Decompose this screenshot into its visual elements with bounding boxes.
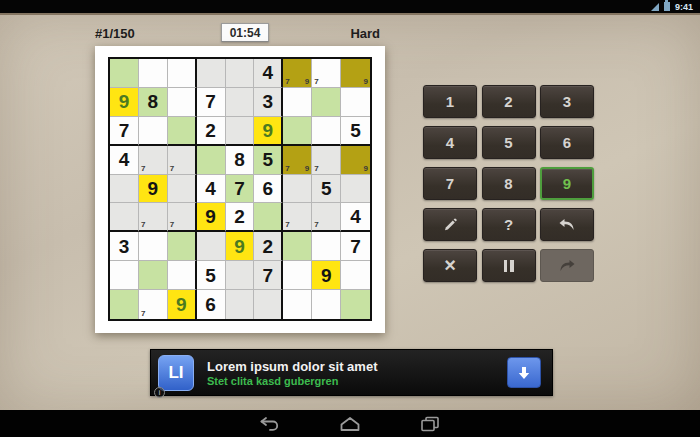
cell-r5c4[interactable]: 2 (226, 203, 255, 232)
cell-r8c1[interactable]: 7 (139, 290, 168, 319)
cell-digit: 4 (263, 63, 274, 82)
pencil-mark-7: 7 (314, 78, 318, 86)
cell-r2c0[interactable]: 7 (110, 117, 139, 146)
cell-digit: 3 (119, 237, 130, 256)
cell-r3c4[interactable]: 8 (226, 146, 255, 175)
recents-button[interactable] (410, 412, 450, 436)
cell-digit: 5 (205, 266, 216, 285)
cell-digit: 7 (350, 237, 361, 256)
signal-icon (651, 3, 659, 11)
cell-digit: 6 (205, 295, 216, 314)
ad-app-icon: LI (158, 355, 194, 391)
key-4[interactable]: 4 (423, 126, 477, 159)
cell-r0c6[interactable]: 79 (283, 59, 312, 88)
cell-r8c2[interactable]: 9 (168, 290, 197, 319)
cell-r7c2[interactable] (168, 261, 197, 290)
navigation-bar (0, 410, 700, 437)
back-icon (259, 416, 281, 432)
undo-button[interactable] (540, 208, 594, 241)
cell-r3c6[interactable]: 79 (283, 146, 312, 175)
cell-digit: 4 (205, 179, 216, 198)
cell-r3c7[interactable]: 7 (312, 146, 341, 175)
pencil-mark-7: 7 (141, 310, 145, 318)
cell-r0c4[interactable] (226, 59, 255, 88)
pencil-mark-9: 9 (305, 165, 309, 173)
x-icon: × (444, 255, 456, 275)
pencil-mark-9: 9 (305, 78, 309, 86)
cell-r5c5[interactable] (254, 203, 283, 232)
cell-r3c8[interactable]: 9 (341, 146, 370, 175)
cell-r2c5[interactable]: 9 (254, 117, 283, 146)
cell-r0c0[interactable] (110, 59, 139, 88)
cell-digit: 4 (119, 150, 130, 169)
cell-digit: 9 (119, 92, 130, 111)
cell-r1c7[interactable] (312, 88, 341, 117)
cell-digit: 9 (148, 179, 159, 198)
pencil-mark-7: 7 (285, 221, 289, 229)
cell-r4c2[interactable] (168, 175, 197, 204)
difficulty-label: Hard (300, 26, 380, 41)
cell-r5c7[interactable]: 7 (312, 203, 341, 232)
recents-icon (420, 416, 440, 432)
cell-r4c7[interactable]: 5 (312, 175, 341, 204)
cell-r1c3[interactable]: 7 (197, 88, 226, 117)
cell-r0c2[interactable] (168, 59, 197, 88)
cell-r3c0[interactable]: 4 (110, 146, 139, 175)
pencil-mark-9: 9 (364, 78, 368, 86)
cell-r3c1[interactable]: 7 (139, 146, 168, 175)
hint-button[interactable]: ? (482, 208, 536, 241)
cell-r6c4[interactable]: 9 (226, 232, 255, 261)
cell-digit: 3 (263, 92, 274, 111)
pause-icon (504, 260, 514, 272)
pencil-mark-7: 7 (285, 165, 289, 173)
cell-r8c4[interactable] (226, 290, 255, 319)
battery-icon (664, 2, 670, 11)
cell-digit: 9 (321, 266, 332, 285)
cell-r3c3[interactable] (197, 146, 226, 175)
cell-r7c0[interactable] (110, 261, 139, 290)
timer-badge: 01:54 (221, 23, 269, 42)
cell-r0c8[interactable]: 9 (341, 59, 370, 88)
pencil-mark-7: 7 (141, 221, 145, 229)
cell-r0c1[interactable] (139, 59, 168, 88)
cell-r1c0[interactable]: 9 (110, 88, 139, 117)
ad-info-icon[interactable]: i (154, 387, 165, 398)
cell-digit: 2 (205, 121, 216, 140)
cell-r6c2[interactable] (168, 232, 197, 261)
cell-digit: 7 (263, 266, 274, 285)
cell-r7c5[interactable]: 7 (254, 261, 283, 290)
cell-r1c1[interactable]: 8 (139, 88, 168, 117)
cell-r4c1[interactable]: 9 (139, 175, 168, 204)
cell-r6c7[interactable] (312, 232, 341, 261)
cell-digit: 5 (350, 121, 361, 140)
sudoku-board-card: 4797998737295477857979947657792774392757… (95, 46, 385, 333)
cell-r2c4[interactable] (226, 117, 255, 146)
cell-r8c6[interactable] (283, 290, 312, 319)
key-1[interactable]: 1 (423, 85, 477, 118)
sudoku-grid: 4797998737295477857979947657792774392757… (108, 57, 372, 321)
cell-digit: 9 (234, 237, 245, 256)
cell-r7c7[interactable]: 9 (312, 261, 341, 290)
cell-r8c8[interactable] (341, 290, 370, 319)
cell-r0c3[interactable] (197, 59, 226, 88)
cell-r3c5[interactable]: 5 (254, 146, 283, 175)
key-2[interactable]: 2 (482, 85, 536, 118)
pause-button[interactable] (482, 249, 536, 282)
cell-r2c3[interactable]: 2 (197, 117, 226, 146)
cell-r6c5[interactable]: 2 (254, 232, 283, 261)
cell-r4c8[interactable] (341, 175, 370, 204)
cell-r8c7[interactable] (312, 290, 341, 319)
cell-r4c6[interactable] (283, 175, 312, 204)
cell-r2c1[interactable] (139, 117, 168, 146)
cell-digit: 4 (350, 207, 361, 226)
pencil-mark-7: 7 (314, 165, 318, 173)
pencil-mark-7: 7 (141, 165, 145, 173)
cell-r7c8[interactable] (341, 261, 370, 290)
ad-title: Lorem ipsum dolor sit amet (207, 359, 377, 374)
cell-r7c1[interactable] (139, 261, 168, 290)
key-9[interactable]: 9 (540, 167, 594, 200)
status-clock: 9:41 (675, 2, 693, 12)
cell-r2c2[interactable] (168, 117, 197, 146)
pencil-mark-9: 9 (364, 165, 368, 173)
key-6[interactable]: 6 (540, 126, 594, 159)
cell-digit: 5 (321, 179, 332, 198)
cell-digit: 5 (263, 150, 274, 169)
tablet-screen: 9:41 #1/150 01:54 Hard 47979987372954778… (0, 0, 700, 437)
cell-digit: 8 (148, 92, 159, 111)
keypad: 123456789?× (423, 85, 594, 282)
cell-r1c2[interactable] (168, 88, 197, 117)
cell-r6c0[interactable]: 3 (110, 232, 139, 261)
cell-r1c8[interactable] (341, 88, 370, 117)
cell-digit: 7 (119, 121, 130, 140)
status-bar: 9:41 (0, 0, 700, 13)
cell-digit: 9 (176, 295, 187, 314)
pencil-button[interactable] (423, 208, 477, 241)
pencil-mark-7: 7 (314, 221, 318, 229)
redo-icon (558, 259, 576, 273)
key-5[interactable]: 5 (482, 126, 536, 159)
puzzle-number: #1/150 (95, 26, 135, 41)
cell-digit: 2 (263, 237, 274, 256)
cell-r1c4[interactable] (226, 88, 255, 117)
cell-digit: 7 (234, 179, 245, 198)
key-8[interactable]: 8 (482, 167, 536, 200)
cell-r5c3[interactable]: 9 (197, 203, 226, 232)
download-arrow-icon (516, 365, 532, 381)
cell-r5c0[interactable] (110, 203, 139, 232)
cell-digit: 8 (234, 150, 245, 169)
cell-r5c6[interactable]: 7 (283, 203, 312, 232)
undo-icon (558, 218, 576, 232)
cell-r4c3[interactable]: 4 (197, 175, 226, 204)
pencil-mark-7: 7 (170, 221, 174, 229)
cell-r7c6[interactable] (283, 261, 312, 290)
cell-r2c8[interactable]: 5 (341, 117, 370, 146)
key-7[interactable]: 7 (423, 167, 477, 200)
cell-r7c3[interactable]: 5 (197, 261, 226, 290)
cell-r2c7[interactable] (312, 117, 341, 146)
redo-button[interactable] (540, 249, 594, 282)
cell-r3c2[interactable]: 7 (168, 146, 197, 175)
cell-r6c3[interactable] (197, 232, 226, 261)
cell-digit: 2 (234, 207, 245, 226)
pencil-mark-7: 7 (285, 78, 289, 86)
home-icon (339, 416, 361, 432)
cell-r0c7[interactable]: 7 (312, 59, 341, 88)
cell-digit: 7 (205, 92, 216, 111)
cell-r4c5[interactable]: 6 (254, 175, 283, 204)
clear-button[interactable]: × (423, 249, 477, 282)
cell-r8c5[interactable] (254, 290, 283, 319)
cell-r2c6[interactable] (283, 117, 312, 146)
cell-digit: 6 (263, 179, 274, 198)
cell-r6c1[interactable] (139, 232, 168, 261)
back-button[interactable] (250, 412, 290, 436)
pencil-icon (442, 217, 458, 233)
cell-digit: 9 (263, 121, 274, 140)
cell-r5c1[interactable]: 7 (139, 203, 168, 232)
cell-r6c6[interactable] (283, 232, 312, 261)
home-button[interactable] (330, 412, 370, 436)
cell-r4c4[interactable]: 7 (226, 175, 255, 204)
pencil-mark-7: 7 (170, 165, 174, 173)
cell-r7c4[interactable] (226, 261, 255, 290)
cell-r8c0[interactable] (110, 290, 139, 319)
ad-download-button[interactable] (507, 357, 541, 388)
cell-r8c3[interactable]: 6 (197, 290, 226, 319)
cell-r5c8[interactable]: 4 (341, 203, 370, 232)
cell-r1c5[interactable]: 3 (254, 88, 283, 117)
cell-r6c8[interactable]: 7 (341, 232, 370, 261)
cell-r0c5[interactable]: 4 (254, 59, 283, 88)
cell-r5c2[interactable]: 7 (168, 203, 197, 232)
cell-digit: 9 (205, 207, 216, 226)
cell-r1c6[interactable] (283, 88, 312, 117)
ad-banner[interactable]: LI Lorem ipsum dolor sit amet Stet clita… (150, 349, 553, 396)
ad-subtitle: Stet clita kasd gubergren (207, 375, 338, 387)
cell-r4c0[interactable] (110, 175, 139, 204)
key-3[interactable]: 3 (540, 85, 594, 118)
